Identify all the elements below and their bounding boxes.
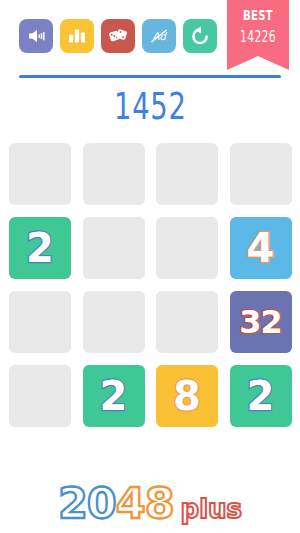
restart-arrow-icon — [190, 26, 210, 46]
dice-icon — [108, 26, 128, 46]
empty-cell — [9, 143, 71, 205]
no-ads-button[interactable]: Ad — [142, 19, 176, 53]
best-score-ribbon: BEST 14226 — [227, 0, 289, 70]
tile-8: 8 — [156, 365, 218, 427]
current-score-value: 1452 — [114, 84, 187, 128]
tile-2: 2 — [83, 365, 145, 427]
empty-cell — [9, 291, 71, 353]
tile-2: 2 — [230, 365, 292, 427]
empty-cell — [230, 143, 292, 205]
tile-4: 4 — [230, 217, 292, 279]
empty-cell — [83, 217, 145, 279]
stats-button[interactable] — [60, 19, 94, 53]
speaker-icon — [26, 26, 46, 46]
best-score-value: 14226 — [236, 28, 281, 46]
header-divider-line — [19, 75, 281, 78]
board-grid[interactable]: 2432282 — [9, 143, 292, 427]
empty-cell — [156, 143, 218, 205]
best-label: BEST — [236, 7, 281, 23]
restart-button[interactable] — [183, 19, 217, 53]
minigames-button[interactable] — [101, 19, 135, 53]
empty-cell — [83, 143, 145, 205]
logo-text-plus: plus — [181, 494, 243, 524]
tile-value: 2 — [100, 376, 128, 416]
tile-value: 4 — [247, 228, 275, 268]
tile-value: 32 — [239, 306, 282, 338]
tile-32: 32 — [230, 291, 292, 353]
logo-text-48: 48 — [116, 478, 174, 528]
empty-cell — [156, 217, 218, 279]
current-score: 1452 — [0, 84, 300, 128]
toolbar: Ad — [19, 19, 217, 53]
empty-cell — [9, 365, 71, 427]
sound-button[interactable] — [19, 19, 53, 53]
empty-cell — [156, 291, 218, 353]
tile-value: 8 — [173, 376, 201, 416]
no-ads-icon: Ad — [149, 26, 169, 46]
tile-value: 2 — [26, 228, 54, 268]
tile-2: 2 — [9, 217, 71, 279]
logo-text-20: 20 — [58, 478, 116, 528]
game-logo: 2048plus — [0, 478, 300, 528]
empty-cell — [83, 291, 145, 353]
bar-chart-icon — [67, 26, 87, 46]
tile-value: 2 — [247, 376, 275, 416]
